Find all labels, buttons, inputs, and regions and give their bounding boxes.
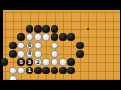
- move-number: 3: [28, 59, 31, 64]
- black-stone: [67, 67, 75, 75]
- video-frame: 645321: [0, 0, 120, 90]
- white-stone: [42, 58, 50, 66]
- black-stone: [59, 33, 67, 41]
- black-stone: 1: [26, 67, 34, 75]
- white-stone: 6: [26, 42, 34, 50]
- white-stone: [34, 50, 42, 58]
- black-stone: [51, 33, 59, 41]
- white-stone: 4: [26, 50, 34, 58]
- move-number: 4: [28, 51, 31, 56]
- black-stone: [42, 67, 50, 75]
- black-stone: [34, 67, 42, 75]
- move-number: 5: [19, 59, 22, 64]
- grid-line-horizontal: [3, 12, 121, 13]
- white-stone: [34, 33, 42, 41]
- white-stone: [17, 42, 25, 50]
- white-stone: [17, 67, 25, 75]
- move-number: 2: [36, 59, 39, 64]
- white-stone: 2: [34, 58, 42, 66]
- white-stone: [34, 42, 42, 50]
- black-stone: [26, 25, 34, 33]
- move-number: 6: [28, 43, 31, 48]
- star-point: [87, 28, 89, 30]
- black-stone: [9, 42, 17, 50]
- white-stone: [51, 50, 59, 58]
- black-stone: [59, 67, 67, 75]
- black-stone: [51, 25, 59, 33]
- white-stone: [51, 58, 59, 66]
- white-stone: [51, 42, 59, 50]
- move-number: 1: [28, 68, 31, 73]
- black-stone: [67, 58, 75, 66]
- letterbox-top-bar: [0, 0, 120, 10]
- black-stone: 3: [26, 58, 34, 66]
- go-board[interactable]: 645321: [3, 10, 121, 80]
- white-stone: [17, 50, 25, 58]
- black-stone: [9, 50, 17, 58]
- grid-line-horizontal: [3, 21, 121, 22]
- letterbox-bottom-bar: [0, 80, 120, 90]
- white-stone: [9, 67, 17, 75]
- black-stone: [34, 25, 42, 33]
- black-stone: [76, 42, 84, 50]
- black-stone: [51, 67, 59, 75]
- black-stone: [17, 33, 25, 41]
- white-stone: [26, 33, 34, 41]
- black-stone: [67, 33, 75, 41]
- white-stone: [59, 58, 67, 66]
- black-stone: [76, 50, 84, 58]
- black-stone: [1, 58, 9, 66]
- white-stone: [42, 33, 50, 41]
- black-stone: 5: [17, 58, 25, 66]
- black-stone: [42, 25, 50, 33]
- grid-line-horizontal: [3, 29, 121, 30]
